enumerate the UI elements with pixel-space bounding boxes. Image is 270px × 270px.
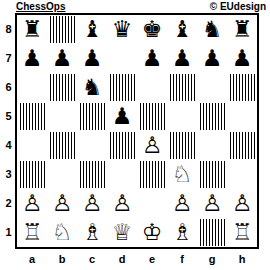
square-h2[interactable]: ♙ — [227, 189, 257, 218]
square-a5[interactable] — [17, 102, 47, 131]
square-g1[interactable] — [197, 218, 227, 247]
piece-black-pawn[interactable]: ♟ — [49, 45, 75, 72]
square-c4[interactable] — [77, 131, 107, 160]
piece-white-pawn[interactable]: ♙ — [229, 190, 255, 217]
square-c2[interactable]: ♙ — [77, 189, 107, 218]
piece-white-bishop[interactable]: ♗ — [169, 219, 195, 246]
square-d1[interactable]: ♕ — [107, 218, 137, 247]
square-d8[interactable]: ♛ — [107, 15, 137, 44]
file-label-f: f — [167, 252, 197, 266]
square-d4[interactable] — [107, 131, 137, 160]
piece-black-pawn[interactable]: ♟ — [199, 45, 225, 72]
piece-white-pawn[interactable]: ♙ — [169, 190, 195, 217]
square-b6[interactable] — [47, 73, 77, 102]
rank-label-6: 6 — [2, 73, 15, 102]
piece-black-bishop[interactable]: ♝ — [79, 16, 105, 43]
credit-text: © EUdesign — [210, 1, 266, 12]
square-d5[interactable]: ♟ — [107, 102, 137, 131]
piece-black-rook[interactable]: ♜ — [229, 16, 255, 43]
square-h3[interactable] — [227, 160, 257, 189]
square-h1[interactable]: ♖ — [227, 218, 257, 247]
square-g4[interactable] — [197, 131, 227, 160]
square-g7[interactable]: ♟ — [197, 44, 227, 73]
piece-white-pawn[interactable]: ♙ — [19, 190, 45, 217]
square-h6[interactable] — [227, 73, 257, 102]
file-label-a: a — [17, 252, 47, 266]
piece-black-rook[interactable]: ♜ — [19, 16, 45, 43]
square-e6[interactable] — [137, 73, 167, 102]
rank-label-5: 5 — [2, 102, 15, 131]
square-f3[interactable]: ♘ — [167, 160, 197, 189]
square-d6[interactable] — [107, 73, 137, 102]
piece-black-knight[interactable]: ♞ — [79, 74, 105, 101]
square-c1[interactable]: ♗ — [77, 218, 107, 247]
header-bar: ChessOps © EUdesign — [16, 1, 266, 12]
square-h7[interactable]: ♟ — [227, 44, 257, 73]
file-label-g: g — [197, 252, 227, 266]
file-labels: abcdefgh — [17, 252, 257, 266]
square-g5[interactable] — [197, 102, 227, 131]
file-label-e: e — [137, 252, 167, 266]
square-e5[interactable] — [137, 102, 167, 131]
square-f7[interactable]: ♟ — [167, 44, 197, 73]
square-g6[interactable] — [197, 73, 227, 102]
square-g2[interactable]: ♙ — [197, 189, 227, 218]
piece-black-pawn[interactable]: ♟ — [79, 45, 105, 72]
rank-labels: 87654321 — [2, 15, 15, 247]
rank-label-3: 3 — [2, 160, 15, 189]
file-label-c: c — [77, 252, 107, 266]
piece-white-knight[interactable]: ♘ — [49, 219, 75, 246]
square-e1[interactable]: ♔ — [137, 218, 167, 247]
piece-black-queen[interactable]: ♛ — [109, 16, 135, 43]
piece-white-pawn[interactable]: ♙ — [199, 190, 225, 217]
square-c5[interactable] — [77, 102, 107, 131]
piece-white-rook[interactable]: ♖ — [19, 219, 45, 246]
chess-board[interactable]: ♜♝♛♚♝♞♜♟♟♟♟♟♟♟♞♟♙♘♙♙♙♙♙♙♙♖♘♗♕♔♗♖ — [15, 13, 259, 249]
chessops-window: ChessOps © EUdesign 87654321 ♜♝♛♚♝♞♜♟♟♟♟… — [0, 0, 270, 270]
square-f8[interactable]: ♝ — [167, 15, 197, 44]
piece-white-pawn[interactable]: ♙ — [139, 132, 165, 159]
rank-label-8: 8 — [2, 15, 15, 44]
file-label-d: d — [107, 252, 137, 266]
square-h4[interactable] — [227, 131, 257, 160]
piece-white-queen[interactable]: ♕ — [109, 219, 135, 246]
rank-label-4: 4 — [2, 131, 15, 160]
square-h8[interactable]: ♜ — [227, 15, 257, 44]
piece-black-king[interactable]: ♚ — [139, 16, 165, 43]
piece-white-pawn[interactable]: ♙ — [49, 190, 75, 217]
square-e8[interactable]: ♚ — [137, 15, 167, 44]
square-f4[interactable] — [167, 131, 197, 160]
square-a2[interactable]: ♙ — [17, 189, 47, 218]
app-title: ChessOps — [16, 1, 65, 12]
square-e3[interactable] — [137, 160, 167, 189]
rank-label-1: 1 — [2, 218, 15, 247]
square-a7[interactable]: ♟ — [17, 44, 47, 73]
piece-white-pawn[interactable]: ♙ — [79, 190, 105, 217]
square-b2[interactable]: ♙ — [47, 189, 77, 218]
piece-white-bishop[interactable]: ♗ — [79, 219, 105, 246]
square-a1[interactable]: ♖ — [17, 218, 47, 247]
rank-label-2: 2 — [2, 189, 15, 218]
square-e7[interactable]: ♟ — [137, 44, 167, 73]
square-c7[interactable]: ♟ — [77, 44, 107, 73]
piece-white-knight[interactable]: ♘ — [169, 161, 195, 188]
square-f6[interactable] — [167, 73, 197, 102]
piece-black-pawn[interactable]: ♟ — [19, 45, 45, 72]
file-label-h: h — [227, 252, 257, 266]
square-b5[interactable] — [47, 102, 77, 131]
square-c8[interactable]: ♝ — [77, 15, 107, 44]
square-c3[interactable] — [77, 160, 107, 189]
square-g8[interactable]: ♞ — [197, 15, 227, 44]
square-b7[interactable]: ♟ — [47, 44, 77, 73]
square-b8[interactable] — [47, 15, 77, 44]
square-f2[interactable]: ♙ — [167, 189, 197, 218]
piece-black-bishop[interactable]: ♝ — [169, 16, 195, 43]
square-a6[interactable] — [17, 73, 47, 102]
piece-black-pawn[interactable]: ♟ — [139, 45, 165, 72]
piece-black-pawn[interactable]: ♟ — [109, 103, 135, 130]
square-d2[interactable]: ♙ — [107, 189, 137, 218]
piece-white-king[interactable]: ♔ — [139, 219, 165, 246]
piece-black-knight[interactable]: ♞ — [199, 16, 225, 43]
square-d7[interactable] — [107, 44, 137, 73]
square-f1[interactable]: ♗ — [167, 218, 197, 247]
file-label-b: b — [47, 252, 77, 266]
piece-black-pawn[interactable]: ♟ — [169, 45, 195, 72]
square-d3[interactable] — [107, 160, 137, 189]
board-diagram: 87654321 ♜♝♛♚♝♞♜♟♟♟♟♟♟♟♞♟♙♘♙♙♙♙♙♙♙♖♘♗♕♔♗… — [2, 13, 259, 249]
piece-white-rook[interactable]: ♖ — [229, 219, 255, 246]
square-f5[interactable] — [167, 102, 197, 131]
square-a4[interactable] — [17, 131, 47, 160]
rank-label-7: 7 — [2, 44, 15, 73]
square-c6[interactable]: ♞ — [77, 73, 107, 102]
square-b1[interactable]: ♘ — [47, 218, 77, 247]
square-b4[interactable] — [47, 131, 77, 160]
square-b3[interactable] — [47, 160, 77, 189]
square-g3[interactable] — [197, 160, 227, 189]
square-a3[interactable] — [17, 160, 47, 189]
square-e2[interactable] — [137, 189, 167, 218]
piece-white-pawn[interactable]: ♙ — [109, 190, 135, 217]
square-a8[interactable]: ♜ — [17, 15, 47, 44]
piece-black-pawn[interactable]: ♟ — [229, 45, 255, 72]
square-e4[interactable]: ♙ — [137, 131, 167, 160]
square-h5[interactable] — [227, 102, 257, 131]
